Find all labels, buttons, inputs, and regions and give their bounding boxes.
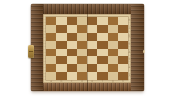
brass-clasp xyxy=(28,45,34,58)
rank-label: 2 xyxy=(128,64,131,72)
board-square[interactable] xyxy=(118,49,128,57)
chess-board: abcdefgh 87654321 xyxy=(31,4,144,91)
board-square[interactable] xyxy=(46,17,56,25)
board-square[interactable] xyxy=(77,49,87,57)
board-square[interactable] xyxy=(46,64,56,72)
board-square[interactable] xyxy=(118,56,128,64)
file-label: f xyxy=(97,80,107,83)
board-square[interactable] xyxy=(67,64,77,72)
board-square[interactable] xyxy=(97,33,107,41)
board-square[interactable] xyxy=(77,25,87,33)
board-square[interactable] xyxy=(67,49,77,57)
wood-frame-right xyxy=(131,4,144,91)
board-square[interactable] xyxy=(56,17,66,25)
rank-label: 6 xyxy=(128,33,131,41)
board-square[interactable] xyxy=(56,49,66,57)
hinge-pin-highlight xyxy=(143,50,145,53)
board-square[interactable] xyxy=(118,17,128,25)
board-square[interactable] xyxy=(97,49,107,57)
rank-label: 3 xyxy=(128,56,131,64)
board-square[interactable] xyxy=(77,56,87,64)
board-square[interactable] xyxy=(118,64,128,72)
file-label: b xyxy=(56,80,66,83)
rank-label: 4 xyxy=(128,49,131,57)
file-label: c xyxy=(67,80,77,83)
rank-label: 8 xyxy=(128,17,131,25)
board-square[interactable] xyxy=(46,56,56,64)
board-square[interactable] xyxy=(56,25,66,33)
board-square[interactable] xyxy=(87,41,97,49)
board-square[interactable] xyxy=(77,64,87,72)
board-square[interactable] xyxy=(108,56,118,64)
board-square[interactable] xyxy=(108,49,118,57)
board-square[interactable] xyxy=(67,56,77,64)
file-label: h xyxy=(118,80,128,83)
board-square[interactable] xyxy=(108,25,118,33)
file-label: e xyxy=(87,80,97,83)
board-square[interactable] xyxy=(77,41,87,49)
board-square[interactable] xyxy=(87,56,97,64)
rank-labels: 87654321 xyxy=(128,17,131,80)
board-square[interactable] xyxy=(97,25,107,33)
file-label: a xyxy=(46,80,56,83)
board-square[interactable] xyxy=(56,41,66,49)
board-square[interactable] xyxy=(56,56,66,64)
board-square[interactable] xyxy=(108,17,118,25)
board-square[interactable] xyxy=(108,33,118,41)
board-square[interactable] xyxy=(118,33,128,41)
board-square[interactable] xyxy=(56,64,66,72)
board-square[interactable] xyxy=(118,25,128,33)
fold-seam xyxy=(87,4,88,91)
board-square[interactable] xyxy=(118,41,128,49)
board-square[interactable] xyxy=(46,33,56,41)
board-square[interactable] xyxy=(97,64,107,72)
board-square[interactable] xyxy=(77,17,87,25)
board-square[interactable] xyxy=(87,64,97,72)
board-square[interactable] xyxy=(67,41,77,49)
board-square[interactable] xyxy=(77,33,87,41)
board-square[interactable] xyxy=(87,33,97,41)
file-label: g xyxy=(108,80,118,83)
rank-label: 7 xyxy=(128,25,131,33)
board-square[interactable] xyxy=(67,25,77,33)
board-square[interactable] xyxy=(56,33,66,41)
file-label: d xyxy=(77,80,87,83)
rank-label: 1 xyxy=(128,72,131,80)
board-square[interactable] xyxy=(87,25,97,33)
board-square[interactable] xyxy=(87,17,97,25)
board-square[interactable] xyxy=(87,49,97,57)
board-square[interactable] xyxy=(108,41,118,49)
board-square[interactable] xyxy=(46,41,56,49)
board-square[interactable] xyxy=(97,17,107,25)
board-square[interactable] xyxy=(97,41,107,49)
board-square[interactable] xyxy=(46,49,56,57)
board-square[interactable] xyxy=(67,33,77,41)
board-square[interactable] xyxy=(46,25,56,33)
board-square[interactable] xyxy=(97,56,107,64)
rank-label: 5 xyxy=(128,41,131,49)
board-square[interactable] xyxy=(67,17,77,25)
board-square[interactable] xyxy=(108,64,118,72)
photo-background: abcdefgh 87654321 xyxy=(0,0,175,105)
